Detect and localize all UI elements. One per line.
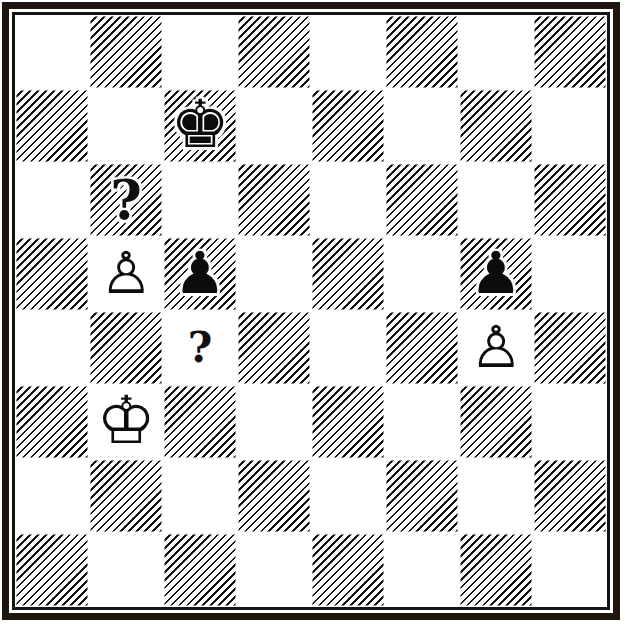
square-f5 (385, 237, 459, 311)
square-g2 (459, 459, 533, 533)
square-h7 (533, 89, 607, 163)
square-b4 (89, 311, 163, 385)
square-f8 (385, 15, 459, 89)
square-e5 (311, 237, 385, 311)
square-e8 (311, 15, 385, 89)
square-d3 (237, 385, 311, 459)
square-b5: ♙ (89, 237, 163, 311)
square-g7 (459, 89, 533, 163)
square-a5 (15, 237, 89, 311)
square-d4 (237, 311, 311, 385)
square-c6 (163, 163, 237, 237)
black-king: ♚ (170, 92, 229, 158)
square-e4 (311, 311, 385, 385)
square-h2 (533, 459, 607, 533)
square-c2 (163, 459, 237, 533)
square-d2 (237, 459, 311, 533)
white-king: ♔ (96, 388, 155, 454)
square-b8 (89, 15, 163, 89)
square-e2 (311, 459, 385, 533)
page: ♚?♙♟♟?♙♔ (0, 0, 625, 625)
white-pawn: ♙ (470, 318, 522, 376)
square-g8 (459, 15, 533, 89)
square-a4 (15, 311, 89, 385)
square-h5 (533, 237, 607, 311)
square-g1 (459, 533, 533, 607)
square-a2 (15, 459, 89, 533)
square-b7 (89, 89, 163, 163)
square-h1 (533, 533, 607, 607)
square-d5 (237, 237, 311, 311)
square-f3 (385, 385, 459, 459)
square-g4: ♙ (459, 311, 533, 385)
square-a3 (15, 385, 89, 459)
square-g6 (459, 163, 533, 237)
square-e3 (311, 385, 385, 459)
square-d6 (237, 163, 311, 237)
board-frame: ♚?♙♟♟?♙♔ (2, 2, 620, 620)
square-g5: ♟ (459, 237, 533, 311)
square-e6 (311, 163, 385, 237)
square-b1 (89, 533, 163, 607)
square-h8 (533, 15, 607, 89)
square-a8 (15, 15, 89, 89)
square-c5: ♟ (163, 237, 237, 311)
square-c4: ? (163, 311, 237, 385)
square-d7 (237, 89, 311, 163)
square-e7 (311, 89, 385, 163)
square-b6: ? (89, 163, 163, 237)
square-f2 (385, 459, 459, 533)
square-c7: ♚ (163, 89, 237, 163)
square-h6 (533, 163, 607, 237)
black-pawn: ♟ (470, 244, 522, 302)
square-a7 (15, 89, 89, 163)
square-c8 (163, 15, 237, 89)
square-f1 (385, 533, 459, 607)
square-f4 (385, 311, 459, 385)
square-f6 (385, 163, 459, 237)
square-a1 (15, 533, 89, 607)
square-d1 (237, 533, 311, 607)
black-pawn: ♟ (174, 244, 226, 302)
square-c1 (163, 533, 237, 607)
square-d8 (237, 15, 311, 89)
board-inner-border: ♚?♙♟♟?♙♔ (12, 12, 610, 610)
square-c3 (163, 385, 237, 459)
square-b3: ♔ (89, 385, 163, 459)
question-mark-annotation: ? (188, 327, 213, 369)
square-h4 (533, 311, 607, 385)
square-h3 (533, 385, 607, 459)
question-mark-annotation: ? (110, 173, 142, 227)
white-pawn: ♙ (100, 244, 152, 302)
chess-board: ♚?♙♟♟?♙♔ (15, 15, 607, 607)
square-a6 (15, 163, 89, 237)
square-b2 (89, 459, 163, 533)
square-f7 (385, 89, 459, 163)
square-e1 (311, 533, 385, 607)
square-g3 (459, 385, 533, 459)
